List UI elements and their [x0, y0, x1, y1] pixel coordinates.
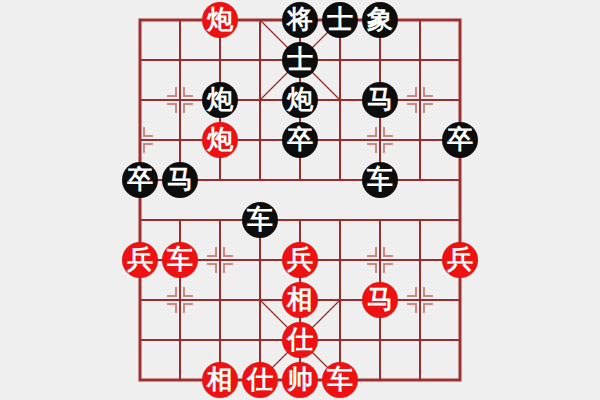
red-advisor[interactable]: 仕 [282, 322, 318, 358]
black-cannon[interactable]: 炮 [282, 82, 318, 118]
black-chariot[interactable]: 车 [362, 162, 398, 198]
red-cannon[interactable]: 炮 [202, 122, 238, 158]
black-advisor[interactable]: 士 [322, 2, 358, 38]
black-soldier[interactable]: 卒 [442, 122, 478, 158]
black-advisor[interactable]: 士 [282, 42, 318, 78]
black-soldier[interactable]: 卒 [122, 162, 158, 198]
board-points: 炮将士象士炮炮马炮卒卒卒马车车兵车兵兵相马仕相仕帅车 [120, 0, 480, 400]
red-chariot[interactable]: 车 [322, 362, 358, 398]
red-elephant[interactable]: 相 [282, 282, 318, 318]
red-horse[interactable]: 马 [362, 282, 398, 318]
red-cannon[interactable]: 炮 [202, 2, 238, 38]
red-soldier[interactable]: 兵 [442, 242, 478, 278]
xiangqi-screen: 炮将士象士炮炮马炮卒卒卒马车车兵车兵兵相马仕相仕帅车 [0, 0, 600, 400]
red-soldier[interactable]: 兵 [282, 242, 318, 278]
red-chariot[interactable]: 车 [162, 242, 198, 278]
black-chariot[interactable]: 车 [242, 202, 278, 238]
black-horse[interactable]: 马 [362, 82, 398, 118]
black-cannon[interactable]: 炮 [202, 82, 238, 118]
red-general[interactable]: 帅 [282, 362, 318, 398]
red-advisor[interactable]: 仕 [242, 362, 278, 398]
black-general[interactable]: 将 [282, 2, 318, 38]
black-soldier[interactable]: 卒 [282, 122, 318, 158]
black-horse[interactable]: 马 [162, 162, 198, 198]
red-soldier[interactable]: 兵 [122, 242, 158, 278]
red-elephant[interactable]: 相 [202, 362, 238, 398]
black-elephant[interactable]: 象 [362, 2, 398, 38]
